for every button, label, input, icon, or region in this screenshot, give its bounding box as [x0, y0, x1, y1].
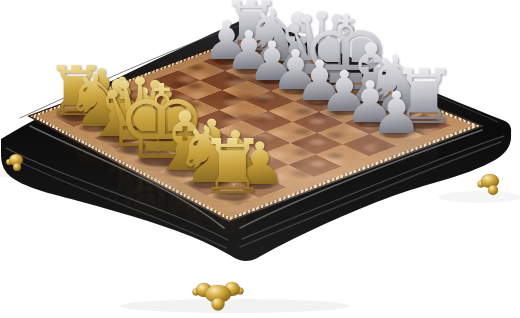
gold-rook-glyph: ♜ [199, 131, 267, 207]
ground-shadow [120, 299, 350, 313]
product-photo-stage: ♜♜♞♞♝♝♛♛♚♚♝♝♞♞♜♜♟♟♟♟♟♟♟♟♟♟♟♟♟♟♟♟♟♟♟♟♟♟♟♟… [0, 0, 520, 318]
silver-pawn-glyph: ♟ [370, 84, 422, 142]
ground-shadow [438, 191, 520, 203]
